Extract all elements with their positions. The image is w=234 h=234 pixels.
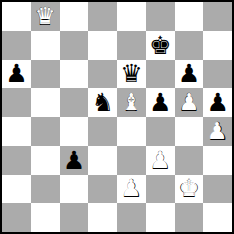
square-c6[interactable] <box>60 60 89 89</box>
piece-black-king: ♚ <box>149 33 171 58</box>
square-d3[interactable] <box>88 146 117 175</box>
square-h2[interactable] <box>203 175 232 204</box>
square-c2[interactable] <box>60 175 89 204</box>
square-b3[interactable] <box>31 146 60 175</box>
square-h8[interactable] <box>203 2 232 31</box>
square-e6[interactable]: ♛ <box>117 60 146 89</box>
square-f4[interactable] <box>146 117 175 146</box>
square-a7[interactable] <box>2 31 31 60</box>
square-f8[interactable] <box>146 2 175 31</box>
square-b1[interactable] <box>31 203 60 232</box>
square-b8[interactable]: ♛♕ <box>31 2 60 31</box>
piece-black-pawn: ♟ <box>63 148 85 173</box>
piece-white-king: ♚♔ <box>178 176 200 201</box>
piece-black-pawn: ♟ <box>206 90 228 115</box>
square-b7[interactable] <box>31 31 60 60</box>
piece-white-bishop: ♝♗ <box>120 90 142 115</box>
square-a3[interactable] <box>2 146 31 175</box>
square-b4[interactable] <box>31 117 60 146</box>
square-c7[interactable] <box>60 31 89 60</box>
square-e5[interactable]: ♝♗ <box>117 88 146 117</box>
square-b5[interactable] <box>31 88 60 117</box>
square-c5[interactable] <box>60 88 89 117</box>
square-a8[interactable] <box>2 2 31 31</box>
square-h6[interactable] <box>203 60 232 89</box>
piece-black-pawn: ♟ <box>149 90 171 115</box>
square-d6[interactable] <box>88 60 117 89</box>
square-h1[interactable] <box>203 203 232 232</box>
square-d2[interactable] <box>88 175 117 204</box>
square-h7[interactable] <box>203 31 232 60</box>
square-c4[interactable] <box>60 117 89 146</box>
square-d5[interactable]: ♞ <box>88 88 117 117</box>
piece-white-pawn: ♟♙ <box>206 119 228 144</box>
square-g4[interactable] <box>175 117 204 146</box>
square-a2[interactable] <box>2 175 31 204</box>
square-e8[interactable] <box>117 2 146 31</box>
square-c3[interactable]: ♟ <box>60 146 89 175</box>
square-f3[interactable]: ♟♙ <box>146 146 175 175</box>
square-b2[interactable] <box>31 175 60 204</box>
square-d7[interactable] <box>88 31 117 60</box>
square-a1[interactable] <box>2 203 31 232</box>
square-d1[interactable] <box>88 203 117 232</box>
square-g6[interactable]: ♟ <box>175 60 204 89</box>
square-g8[interactable] <box>175 2 204 31</box>
piece-black-knight: ♞ <box>91 90 113 115</box>
square-a6[interactable]: ♟ <box>2 60 31 89</box>
chess-board: ♛♕♚♟♛♟♞♝♗♟♟♙♟♟♙♟♟♙♟♙♚♔ <box>0 0 234 234</box>
square-e7[interactable] <box>117 31 146 60</box>
piece-white-pawn: ♟♙ <box>178 90 200 115</box>
square-h4[interactable]: ♟♙ <box>203 117 232 146</box>
square-c8[interactable] <box>60 2 89 31</box>
square-a5[interactable] <box>2 88 31 117</box>
square-c1[interactable] <box>60 203 89 232</box>
piece-white-queen: ♛♕ <box>34 4 56 29</box>
piece-black-pawn: ♟ <box>5 61 27 86</box>
square-f2[interactable] <box>146 175 175 204</box>
square-g1[interactable] <box>175 203 204 232</box>
square-e3[interactable] <box>117 146 146 175</box>
square-f6[interactable] <box>146 60 175 89</box>
square-g3[interactable] <box>175 146 204 175</box>
square-e1[interactable] <box>117 203 146 232</box>
square-g7[interactable] <box>175 31 204 60</box>
square-h3[interactable] <box>203 146 232 175</box>
square-f1[interactable] <box>146 203 175 232</box>
square-g5[interactable]: ♟♙ <box>175 88 204 117</box>
square-e2[interactable]: ♟♙ <box>117 175 146 204</box>
square-d4[interactable] <box>88 117 117 146</box>
square-e4[interactable] <box>117 117 146 146</box>
piece-white-pawn: ♟♙ <box>149 148 171 173</box>
piece-white-pawn: ♟♙ <box>120 176 142 201</box>
square-a4[interactable] <box>2 117 31 146</box>
square-b6[interactable] <box>31 60 60 89</box>
square-h5[interactable]: ♟ <box>203 88 232 117</box>
square-f7[interactable]: ♚ <box>146 31 175 60</box>
square-f5[interactable]: ♟ <box>146 88 175 117</box>
piece-black-pawn: ♟ <box>178 61 200 86</box>
square-g2[interactable]: ♚♔ <box>175 175 204 204</box>
square-d8[interactable] <box>88 2 117 31</box>
piece-black-queen: ♛ <box>120 61 142 86</box>
